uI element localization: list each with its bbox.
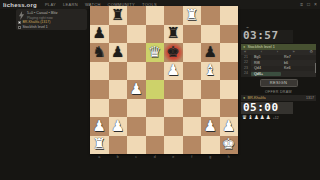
square-c4[interactable]: ♟: [127, 80, 146, 99]
square-b5[interactable]: [109, 62, 128, 81]
bottom-player-bar-name: BR-Khalifa: [247, 96, 265, 100]
white-rook-a1[interactable]: ♜: [90, 136, 109, 155]
file-label-g: g: [201, 155, 220, 159]
black-pawn-a7[interactable]: ♟: [90, 25, 109, 44]
square-h4[interactable]: [220, 80, 239, 99]
white-move[interactable]: Qd6+: [251, 72, 281, 76]
white-move[interactable]: Bg5: [251, 55, 281, 59]
square-e8[interactable]: [164, 6, 183, 25]
white-queen-d6[interactable]: ♛: [146, 43, 165, 62]
square-f8[interactable]: ♜: [183, 6, 202, 25]
first-move-icon[interactable]: «: [244, 50, 246, 54]
square-e2[interactable]: [164, 117, 183, 136]
square-d2[interactable]: [146, 117, 165, 136]
file-label-a: a: [90, 155, 109, 159]
top-player-bar-name: Stockfish level 1: [247, 45, 274, 49]
file-label-f: f: [183, 155, 202, 159]
square-b4[interactable]: [109, 80, 128, 99]
square-e4[interactable]: [164, 80, 183, 99]
file-label-d: d: [146, 155, 165, 159]
black-pawn-g6[interactable]: ♟: [201, 43, 220, 62]
white-pawn-c4[interactable]: ♟: [127, 80, 146, 99]
white-color-icon: [18, 21, 21, 24]
material-advantage: +12: [273, 116, 279, 120]
bottom-player-bar[interactable]: ● BR-Khalifa 1317: [241, 95, 316, 101]
white-pawn-a2[interactable]: ♟: [90, 117, 109, 136]
next-move-icon[interactable]: ›: [277, 50, 278, 54]
black-rook-e7[interactable]: ♜: [164, 25, 183, 44]
white-player-name: BR-Khalifa (1317): [23, 20, 51, 24]
move-number: 24: [241, 71, 251, 77]
square-g8[interactable]: [201, 6, 220, 25]
file-label-h: h: [220, 155, 239, 159]
square-f3[interactable]: [183, 99, 202, 118]
nav-learn[interactable]: LEARN: [63, 2, 78, 7]
nav-play[interactable]: PLAY: [45, 2, 56, 7]
black-knight-a6[interactable]: ♞: [90, 43, 109, 62]
square-c7[interactable]: [127, 25, 146, 44]
chess-board[interactable]: ♜♜♟♜♞♟♛♚♟♟♝♟♟♟♟♟♜♚: [90, 6, 238, 154]
offer-draw-button[interactable]: OFFER DRAW: [265, 90, 292, 94]
move-list[interactable]: 21Bg5Re722Rf8b623Qd4Ke624Qd6+: [241, 55, 316, 77]
square-d8[interactable]: [146, 6, 165, 25]
captured-pawn-icon: ♟: [260, 115, 265, 121]
square-d6[interactable]: ♛: [146, 43, 165, 62]
square-h7[interactable]: [220, 25, 239, 44]
white-rook-f8[interactable]: ♜: [183, 6, 202, 25]
square-e7[interactable]: ♜: [164, 25, 183, 44]
square-c5[interactable]: [127, 62, 146, 81]
header-icons: ≡ □ ×: [300, 2, 317, 7]
square-c8[interactable]: [127, 6, 146, 25]
square-f5[interactable]: [183, 62, 202, 81]
square-e5[interactable]: ♟: [164, 62, 183, 81]
black-pawn-b6[interactable]: ♟: [109, 43, 128, 62]
white-move[interactable]: Qd4: [251, 66, 281, 70]
captured-queen-icon: ♛: [242, 115, 247, 121]
square-b2[interactable]: ♟: [109, 117, 128, 136]
prev-move-icon[interactable]: ‹: [261, 50, 262, 54]
square-a2[interactable]: ♟: [90, 117, 109, 136]
square-f7[interactable]: [183, 25, 202, 44]
menu-icon[interactable]: ≡: [300, 2, 303, 7]
black-player-name: Stockfish level 1: [23, 25, 48, 29]
black-move[interactable]: Re7: [281, 55, 311, 59]
square-f1[interactable]: [183, 136, 202, 155]
black-rook-b8[interactable]: ♜: [109, 6, 128, 25]
white-player-line[interactable]: BR-Khalifa (1317): [18, 20, 85, 24]
file-labels: abcdefgh: [90, 155, 238, 159]
square-h1[interactable]: ♚: [220, 136, 239, 155]
captured-pawn-icon: ♟: [254, 115, 259, 121]
square-a6[interactable]: ♞: [90, 43, 109, 62]
square-d1[interactable]: [146, 136, 165, 155]
square-a8[interactable]: [90, 6, 109, 25]
white-king-h1[interactable]: ♚: [220, 136, 239, 155]
last-move-icon[interactable]: »: [293, 50, 295, 54]
square-d4[interactable]: [146, 80, 165, 99]
file-label-e: e: [164, 155, 183, 159]
move-row-23: 23Qd4Ke6: [241, 66, 316, 72]
black-move[interactable]: Ke6: [281, 66, 311, 70]
move-row-24: 24Qd6+: [241, 71, 316, 77]
white-pawn-g2[interactable]: ♟: [201, 117, 220, 136]
game-setup: 5+0 • Casual • Blitz: [27, 11, 58, 15]
square-b1[interactable]: [109, 136, 128, 155]
menu-gear-icon[interactable]: ⚙: [309, 50, 313, 54]
board-theme-icon[interactable]: □: [307, 2, 310, 7]
game-sidebar: ⌁ 03:57 ● Stockfish level 1 « ‹ › » ⚙ 21…: [241, 24, 316, 121]
resign-button[interactable]: RESIGN: [260, 79, 298, 87]
white-pawn-b2[interactable]: ♟: [109, 117, 128, 136]
square-g3[interactable]: [201, 99, 220, 118]
white-bishop-g5[interactable]: ♝: [201, 62, 220, 81]
white-pawn-h2[interactable]: ♟: [220, 117, 239, 136]
white-pawn-e5[interactable]: ♟: [164, 62, 183, 81]
square-e6[interactable]: ♚: [164, 43, 183, 62]
white-clock: 05:00: [241, 102, 293, 115]
bottom-player-rating: 1317: [306, 96, 314, 100]
white-move[interactable]: Rf8: [251, 61, 281, 65]
move-list-scrollbar[interactable]: [315, 63, 317, 73]
lichess-logo[interactable]: lichess.org: [3, 2, 37, 8]
square-e3[interactable]: [164, 99, 183, 118]
black-move[interactable]: b6: [281, 61, 311, 65]
captured-pawn-icon: ♟: [266, 115, 271, 121]
blitz-icon: [18, 11, 25, 20]
square-b3[interactable]: [109, 99, 128, 118]
square-g4[interactable]: [201, 80, 220, 99]
square-g7[interactable]: [201, 25, 220, 44]
square-h5[interactable]: [220, 62, 239, 81]
game-info-box: 5+0 • Casual • Blitz Playing right now B…: [16, 9, 87, 30]
square-g2[interactable]: ♟: [201, 117, 220, 136]
square-a5[interactable]: [90, 62, 109, 81]
square-g6[interactable]: ♟: [201, 43, 220, 62]
square-c1[interactable]: [127, 136, 146, 155]
square-a3[interactable]: [90, 99, 109, 118]
square-g1[interactable]: [201, 136, 220, 155]
file-label-b: b: [109, 155, 128, 159]
square-b7[interactable]: [109, 25, 128, 44]
move-row-22: 22Rf8b6: [241, 60, 316, 66]
square-a4[interactable]: [90, 80, 109, 99]
online-dot-icon: ●: [243, 45, 245, 49]
square-b6[interactable]: ♟: [109, 43, 128, 62]
square-h8[interactable]: [220, 6, 239, 25]
square-e1[interactable]: [164, 136, 183, 155]
square-h6[interactable]: [220, 43, 239, 62]
square-f6[interactable]: [183, 43, 202, 62]
file-label-c: c: [127, 155, 146, 159]
square-a7[interactable]: ♟: [90, 25, 109, 44]
square-d7[interactable]: [146, 25, 165, 44]
square-h2[interactable]: ♟: [220, 117, 239, 136]
square-b8[interactable]: ♜: [109, 6, 128, 25]
board-area: ♜♜♟♜♞♟♛♚♟♟♝♟♟♟♟♟♜♚ abcdefgh: [90, 6, 238, 159]
square-c2[interactable]: [127, 117, 146, 136]
move-row-21: 21Bg5Re7: [241, 55, 316, 61]
square-c6[interactable]: [127, 43, 146, 62]
square-a1[interactable]: ♜: [90, 136, 109, 155]
square-c3[interactable]: [127, 99, 146, 118]
online-dot-icon: ●: [243, 96, 245, 100]
square-g5[interactable]: ♝: [201, 62, 220, 81]
black-color-icon: [18, 26, 21, 29]
square-f2[interactable]: [183, 117, 202, 136]
black-clock: 03:57: [241, 30, 293, 43]
square-f4[interactable]: [183, 80, 202, 99]
square-d3[interactable]: [146, 99, 165, 118]
material-tray: ♛♝♟♟♟+12: [242, 115, 316, 121]
square-d5[interactable]: [146, 62, 165, 81]
black-player-line[interactable]: Stockfish level 1: [18, 25, 85, 29]
black-king-e6[interactable]: ♚: [164, 43, 183, 62]
captured-bishop-icon: ♝: [248, 115, 253, 121]
close-icon[interactable]: ×: [314, 2, 317, 7]
square-h3[interactable]: [220, 99, 239, 118]
